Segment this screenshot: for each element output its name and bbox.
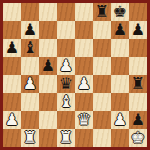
square-a6[interactable]: ♟ xyxy=(3,39,21,57)
square-f3[interactable] xyxy=(93,93,111,111)
square-b4[interactable]: ♟ xyxy=(21,75,39,93)
square-d7[interactable] xyxy=(57,21,75,39)
square-a4[interactable] xyxy=(3,75,21,93)
square-h4[interactable]: ♜ xyxy=(129,75,147,93)
square-g8[interactable]: ♚ xyxy=(111,3,129,21)
square-e2[interactable]: ♛ xyxy=(75,111,93,129)
square-d4[interactable]: ♛ xyxy=(57,75,75,93)
black-pawn: ♟ xyxy=(23,21,37,39)
square-c1[interactable] xyxy=(39,129,57,147)
square-c3[interactable] xyxy=(39,93,57,111)
square-h7[interactable]: ♟ xyxy=(129,21,147,39)
white-pawn: ♟ xyxy=(59,57,73,75)
white-queen: ♛ xyxy=(77,111,91,129)
square-f5[interactable] xyxy=(93,57,111,75)
square-e8[interactable] xyxy=(75,3,93,21)
chess-board: ♜♚♟♟♟♟♝♟♟♟♛♟♜♝♟♛♟♟♜♜♚ xyxy=(0,0,150,150)
square-c2[interactable] xyxy=(39,111,57,129)
square-h2[interactable]: ♟ xyxy=(129,111,147,129)
square-b2[interactable] xyxy=(21,111,39,129)
black-pawn: ♟ xyxy=(5,39,19,57)
square-h6[interactable] xyxy=(129,39,147,57)
black-rook: ♜ xyxy=(95,3,109,21)
white-pawn: ♟ xyxy=(77,75,91,93)
white-pawn: ♟ xyxy=(5,111,19,129)
black-rook: ♜ xyxy=(131,75,145,93)
square-h5[interactable] xyxy=(129,57,147,75)
square-d3[interactable]: ♝ xyxy=(57,93,75,111)
square-a8[interactable] xyxy=(3,3,21,21)
square-b5[interactable] xyxy=(21,57,39,75)
square-f7[interactable] xyxy=(93,21,111,39)
square-g4[interactable] xyxy=(111,75,129,93)
square-g6[interactable] xyxy=(111,39,129,57)
black-king: ♚ xyxy=(113,3,127,21)
square-b6[interactable]: ♝ xyxy=(21,39,39,57)
square-b7[interactable]: ♟ xyxy=(21,21,39,39)
white-pawn: ♟ xyxy=(113,111,127,129)
black-pawn: ♟ xyxy=(41,57,55,75)
white-pawn: ♟ xyxy=(23,75,37,93)
square-f8[interactable]: ♜ xyxy=(93,3,111,21)
black-pawn: ♟ xyxy=(131,21,145,39)
white-rook: ♜ xyxy=(23,129,37,147)
square-e7[interactable] xyxy=(75,21,93,39)
square-d5[interactable]: ♟ xyxy=(57,57,75,75)
square-e5[interactable] xyxy=(75,57,93,75)
square-e6[interactable] xyxy=(75,39,93,57)
square-e3[interactable] xyxy=(75,93,93,111)
square-e4[interactable]: ♟ xyxy=(75,75,93,93)
square-h3[interactable] xyxy=(129,93,147,111)
square-f2[interactable] xyxy=(93,111,111,129)
square-c4[interactable] xyxy=(39,75,57,93)
square-c6[interactable] xyxy=(39,39,57,57)
square-a2[interactable]: ♟ xyxy=(3,111,21,129)
square-c7[interactable] xyxy=(39,21,57,39)
square-a1[interactable] xyxy=(3,129,21,147)
square-d6[interactable] xyxy=(57,39,75,57)
black-bishop: ♝ xyxy=(23,39,37,57)
square-a5[interactable] xyxy=(3,57,21,75)
square-g7[interactable]: ♟ xyxy=(111,21,129,39)
square-h1[interactable]: ♚ xyxy=(129,129,147,147)
white-king: ♚ xyxy=(131,129,145,147)
square-f4[interactable] xyxy=(93,75,111,93)
square-d1[interactable]: ♜ xyxy=(57,129,75,147)
square-b1[interactable]: ♜ xyxy=(21,129,39,147)
square-g3[interactable] xyxy=(111,93,129,111)
square-b8[interactable] xyxy=(21,3,39,21)
square-g5[interactable] xyxy=(111,57,129,75)
square-c8[interactable] xyxy=(39,3,57,21)
square-g2[interactable]: ♟ xyxy=(111,111,129,129)
black-pawn: ♟ xyxy=(113,21,127,39)
white-bishop: ♝ xyxy=(59,93,73,111)
black-queen: ♛ xyxy=(59,75,73,93)
square-f6[interactable] xyxy=(93,39,111,57)
white-rook: ♜ xyxy=(59,129,73,147)
black-pawn: ♟ xyxy=(131,111,145,129)
square-g1[interactable] xyxy=(111,129,129,147)
square-f1[interactable] xyxy=(93,129,111,147)
square-a7[interactable] xyxy=(3,21,21,39)
square-d2[interactable] xyxy=(57,111,75,129)
square-d8[interactable] xyxy=(57,3,75,21)
square-c5[interactable]: ♟ xyxy=(39,57,57,75)
square-a3[interactable] xyxy=(3,93,21,111)
square-e1[interactable] xyxy=(75,129,93,147)
square-h8[interactable] xyxy=(129,3,147,21)
square-b3[interactable] xyxy=(21,93,39,111)
